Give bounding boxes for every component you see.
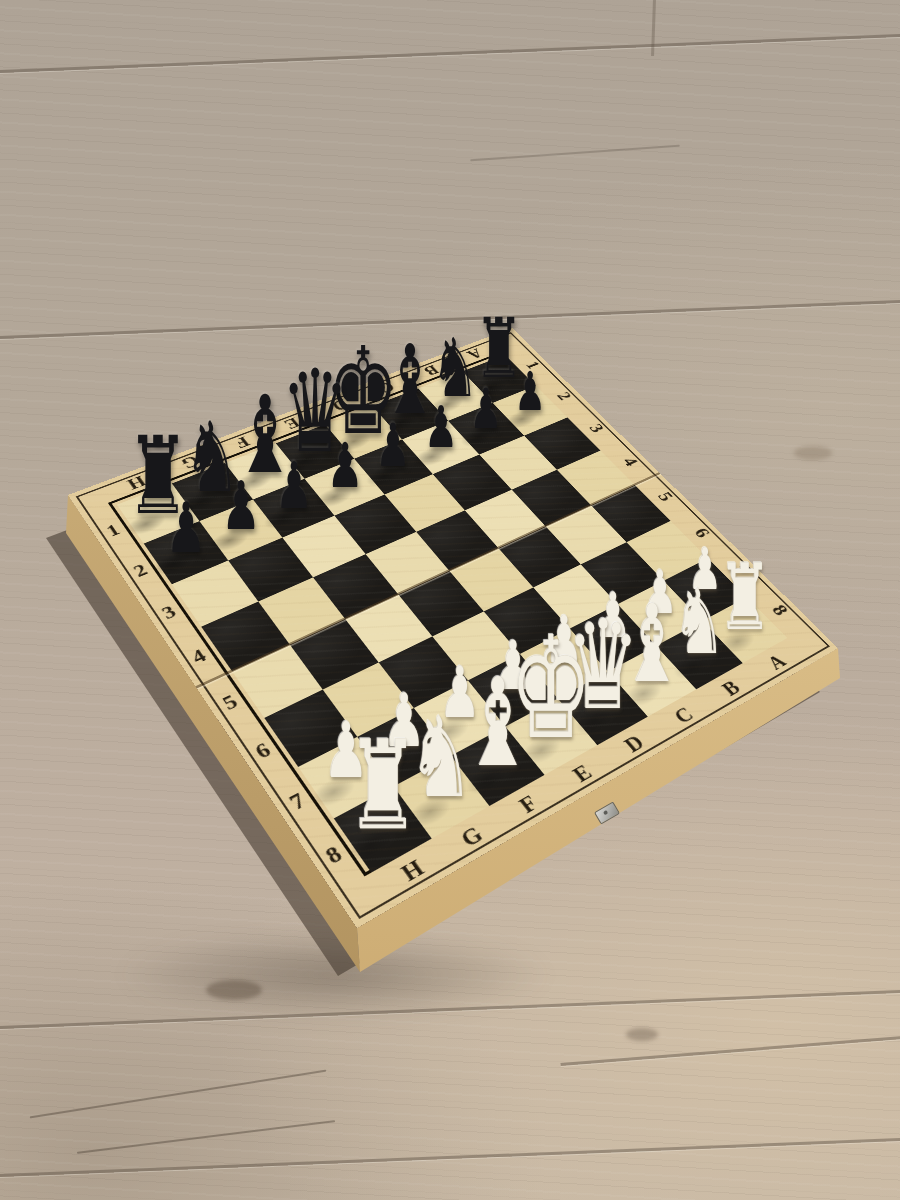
piece-white-rook-A8[interactable]: ♜ <box>718 553 772 644</box>
floor-knot <box>794 446 832 460</box>
floor-knot <box>626 1028 658 1041</box>
piece-white-rook-H8[interactable]: ♜ <box>346 725 419 848</box>
piece-black-pawn-G2[interactable]: ♟ <box>221 473 261 540</box>
piece-black-pawn-B2[interactable]: ♟ <box>470 382 503 438</box>
board-contact-shadow <box>120 930 550 1020</box>
piece-black-pawn-F2[interactable]: ♟ <box>275 453 313 517</box>
piece-black-pawn-C2[interactable]: ♟ <box>424 399 458 457</box>
piece-black-pawn-E2[interactable]: ♟ <box>326 435 363 497</box>
piece-black-pawn-A2[interactable]: ♟ <box>514 365 546 419</box>
piece-black-pawn-H2[interactable]: ♟ <box>165 493 206 563</box>
photo-stage: HGFEDCBA HGFEDCBA 12345678 12345678 ♜♞♝♛… <box>0 0 900 1200</box>
piece-black-pawn-D2[interactable]: ♟ <box>376 416 411 476</box>
